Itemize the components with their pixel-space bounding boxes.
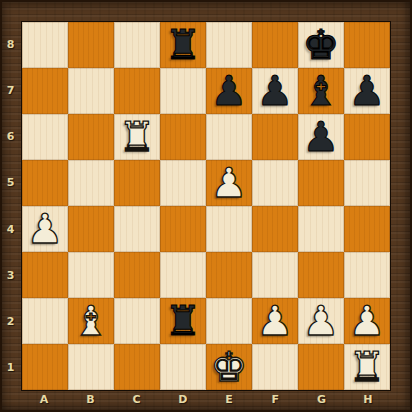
square-f1[interactable] — [252, 344, 298, 390]
square-e4[interactable] — [206, 206, 252, 252]
square-a5[interactable] — [22, 160, 68, 206]
piece-black-king-g8[interactable]: ♚ — [303, 22, 340, 68]
square-e8[interactable] — [206, 22, 252, 68]
square-f3[interactable] — [252, 252, 298, 298]
square-d7[interactable] — [160, 68, 206, 114]
square-e5[interactable]: ♟ — [206, 160, 252, 206]
square-h3[interactable] — [344, 252, 390, 298]
piece-white-rook-c6[interactable]: ♜ — [119, 114, 156, 160]
square-e2[interactable] — [206, 298, 252, 344]
square-c5[interactable] — [114, 160, 160, 206]
piece-white-pawn-g2[interactable]: ♟ — [303, 298, 340, 344]
square-b4[interactable] — [68, 206, 114, 252]
square-b2[interactable]: ♝ — [68, 298, 114, 344]
rank-label-6: 6 — [0, 114, 21, 160]
file-label-f: F — [252, 391, 298, 412]
file-label-e: E — [206, 391, 252, 412]
piece-black-pawn-h7[interactable]: ♟ — [349, 68, 386, 114]
rank-label-4: 4 — [0, 206, 21, 252]
piece-white-pawn-e5[interactable]: ♟ — [211, 160, 248, 206]
square-h8[interactable] — [344, 22, 390, 68]
rank-labels: 87654321 — [0, 21, 21, 391]
square-b7[interactable] — [68, 68, 114, 114]
square-a7[interactable] — [22, 68, 68, 114]
square-f4[interactable] — [252, 206, 298, 252]
square-c2[interactable] — [114, 298, 160, 344]
piece-white-rook-h1[interactable]: ♜ — [349, 344, 386, 390]
square-a2[interactable] — [22, 298, 68, 344]
rank-label-3: 3 — [0, 252, 21, 298]
file-label-b: B — [67, 391, 113, 412]
square-g3[interactable] — [298, 252, 344, 298]
square-e1[interactable]: ♚ — [206, 344, 252, 390]
square-c7[interactable] — [114, 68, 160, 114]
square-b1[interactable] — [68, 344, 114, 390]
square-c8[interactable] — [114, 22, 160, 68]
square-h5[interactable] — [344, 160, 390, 206]
square-d1[interactable] — [160, 344, 206, 390]
square-g4[interactable] — [298, 206, 344, 252]
square-a1[interactable] — [22, 344, 68, 390]
rank-label-5: 5 — [0, 160, 21, 206]
file-label-g: G — [299, 391, 345, 412]
piece-white-bishop-b2[interactable]: ♝ — [73, 298, 110, 344]
square-g5[interactable] — [298, 160, 344, 206]
square-g6[interactable]: ♟ — [298, 114, 344, 160]
square-g8[interactable]: ♚ — [298, 22, 344, 68]
square-d6[interactable] — [160, 114, 206, 160]
square-d2[interactable]: ♜ — [160, 298, 206, 344]
square-f6[interactable] — [252, 114, 298, 160]
square-d4[interactable] — [160, 206, 206, 252]
piece-white-pawn-f2[interactable]: ♟ — [257, 298, 294, 344]
square-d8[interactable]: ♜ — [160, 22, 206, 68]
rank-label-1: 1 — [0, 345, 21, 391]
rank-label-2: 2 — [0, 299, 21, 345]
square-h4[interactable] — [344, 206, 390, 252]
square-b6[interactable] — [68, 114, 114, 160]
square-a8[interactable] — [22, 22, 68, 68]
square-f2[interactable]: ♟ — [252, 298, 298, 344]
file-label-h: H — [345, 391, 391, 412]
square-b3[interactable] — [68, 252, 114, 298]
rank-label-7: 7 — [0, 67, 21, 113]
square-e3[interactable] — [206, 252, 252, 298]
chess-board: ♜♚♟♟♝♟♜♟♟♟♝♜♟♟♟♚♜ — [21, 21, 391, 391]
square-b5[interactable] — [68, 160, 114, 206]
square-d3[interactable] — [160, 252, 206, 298]
square-h6[interactable] — [344, 114, 390, 160]
square-g1[interactable] — [298, 344, 344, 390]
piece-black-pawn-f7[interactable]: ♟ — [257, 68, 294, 114]
piece-black-rook-d2[interactable]: ♜ — [165, 298, 202, 344]
board-frame: 87654321 ♜♚♟♟♝♟♜♟♟♟♝♜♟♟♟♚♜ ABCDEFGH — [0, 0, 412, 412]
piece-white-king-e1[interactable]: ♚ — [211, 344, 248, 390]
square-c4[interactable] — [114, 206, 160, 252]
square-g7[interactable]: ♝ — [298, 68, 344, 114]
square-a3[interactable] — [22, 252, 68, 298]
square-c6[interactable]: ♜ — [114, 114, 160, 160]
square-g2[interactable]: ♟ — [298, 298, 344, 344]
square-a4[interactable]: ♟ — [22, 206, 68, 252]
square-d5[interactable] — [160, 160, 206, 206]
square-f7[interactable]: ♟ — [252, 68, 298, 114]
square-h2[interactable]: ♟ — [344, 298, 390, 344]
piece-black-rook-d8[interactable]: ♜ — [165, 22, 202, 68]
square-b8[interactable] — [68, 22, 114, 68]
square-a6[interactable] — [22, 114, 68, 160]
square-f8[interactable] — [252, 22, 298, 68]
square-c3[interactable] — [114, 252, 160, 298]
piece-black-bishop-g7[interactable]: ♝ — [303, 68, 340, 114]
square-h7[interactable]: ♟ — [344, 68, 390, 114]
piece-black-pawn-e7[interactable]: ♟ — [211, 68, 248, 114]
file-label-d: D — [160, 391, 206, 412]
square-f5[interactable] — [252, 160, 298, 206]
square-e6[interactable] — [206, 114, 252, 160]
piece-white-pawn-a4[interactable]: ♟ — [27, 206, 64, 252]
rank-label-8: 8 — [0, 21, 21, 67]
piece-black-pawn-g6[interactable]: ♟ — [303, 114, 340, 160]
square-e7[interactable]: ♟ — [206, 68, 252, 114]
square-h1[interactable]: ♜ — [344, 344, 390, 390]
file-label-a: A — [21, 391, 67, 412]
file-labels: ABCDEFGH — [21, 391, 391, 412]
file-label-c: C — [114, 391, 160, 412]
square-c1[interactable] — [114, 344, 160, 390]
piece-white-pawn-h2[interactable]: ♟ — [349, 298, 386, 344]
